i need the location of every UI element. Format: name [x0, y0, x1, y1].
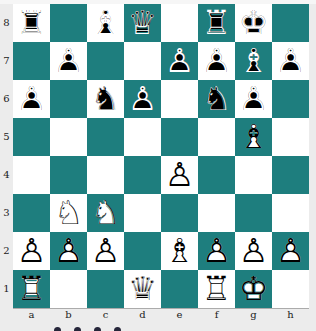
square-c4[interactable]: [87, 156, 124, 194]
piece-black-queen[interactable]: ♛♕: [124, 270, 161, 308]
piece-black-pawn[interactable]: ♟♙: [272, 42, 309, 80]
cutoff-glyph-row: [0, 327, 316, 331]
square-a6[interactable]: ♟♙: [13, 80, 50, 118]
square-c2[interactable]: ♟♙: [87, 232, 124, 270]
square-f4[interactable]: [198, 156, 235, 194]
file-labels: abcdefgh: [13, 308, 309, 322]
piece-black-bishop[interactable]: ♝♗: [235, 42, 272, 80]
square-h8[interactable]: [272, 4, 309, 42]
piece-black-queen[interactable]: ♛♕: [124, 4, 161, 42]
square-e4[interactable]: ♟♙: [161, 156, 198, 194]
square-g3[interactable]: [235, 194, 272, 232]
square-e3[interactable]: [161, 194, 198, 232]
piece-black-bishop[interactable]: ♝♗: [87, 4, 124, 42]
square-g5[interactable]: ♝♗: [235, 118, 272, 156]
square-a3[interactable]: [13, 194, 50, 232]
square-f8[interactable]: ♜♖: [198, 4, 235, 42]
rank-label-4: 4: [0, 156, 13, 194]
square-a4[interactable]: [13, 156, 50, 194]
piece-black-pawn[interactable]: ♟♙: [161, 42, 198, 80]
square-f1[interactable]: ♜♖: [198, 270, 235, 308]
cutoff-glyph: [74, 327, 81, 331]
piece-black-knight[interactable]: ♞♘: [198, 80, 235, 118]
square-b1[interactable]: [50, 270, 87, 308]
piece-white-bishop[interactable]: ♝♗: [235, 118, 272, 156]
square-h3[interactable]: [272, 194, 309, 232]
square-d4[interactable]: [124, 156, 161, 194]
square-e6[interactable]: [161, 80, 198, 118]
piece-black-king[interactable]: ♚♔: [235, 4, 272, 42]
square-c5[interactable]: [87, 118, 124, 156]
square-d8[interactable]: ♛♕: [124, 4, 161, 42]
square-f7[interactable]: ♟♙: [198, 42, 235, 80]
rank-label-1: 1: [0, 270, 13, 308]
square-h5[interactable]: [272, 118, 309, 156]
square-c8[interactable]: ♝♗: [87, 4, 124, 42]
chess-app-window: 87654321 ♜♖♝♗♛♕♜♖♚♔♟♙♟♙♟♙♝♗♟♙♟♙♞♘♟♙♞♘♟♙♝…: [0, 0, 316, 331]
square-h1[interactable]: [272, 270, 309, 308]
piece-white-pawn[interactable]: ♟♙: [87, 232, 124, 270]
file-label-h: h: [272, 308, 309, 322]
square-e2[interactable]: ♝♗: [161, 232, 198, 270]
square-f5[interactable]: [198, 118, 235, 156]
square-g1[interactable]: ♚♔: [235, 270, 272, 308]
cutoff-glyph: [114, 327, 121, 331]
square-d2[interactable]: [124, 232, 161, 270]
square-f2[interactable]: ♟♙: [198, 232, 235, 270]
square-c7[interactable]: [87, 42, 124, 80]
square-e1[interactable]: [161, 270, 198, 308]
rank-label-5: 5: [0, 118, 13, 156]
file-label-d: d: [124, 308, 161, 322]
piece-black-pawn[interactable]: ♟♙: [235, 80, 272, 118]
square-b4[interactable]: [50, 156, 87, 194]
file-label-f: f: [198, 308, 235, 322]
piece-black-knight[interactable]: ♞♘: [87, 80, 124, 118]
square-d6[interactable]: ♟♙: [124, 80, 161, 118]
piece-white-pawn[interactable]: ♟♙: [235, 232, 272, 270]
file-label-a: a: [13, 308, 50, 322]
square-b2[interactable]: ♟♙: [50, 232, 87, 270]
piece-white-rook[interactable]: ♜♖: [198, 270, 235, 308]
square-h2[interactable]: ♟♙: [272, 232, 309, 270]
square-f3[interactable]: [198, 194, 235, 232]
piece-white-king[interactable]: ♚♔: [235, 270, 272, 308]
square-g7[interactable]: ♝♗: [235, 42, 272, 80]
square-d1[interactable]: ♛♕: [124, 270, 161, 308]
square-b3[interactable]: ♞♘: [50, 194, 87, 232]
square-f6[interactable]: ♞♘: [198, 80, 235, 118]
cutoff-glyph: [94, 327, 101, 331]
square-g2[interactable]: ♟♙: [235, 232, 272, 270]
square-c6[interactable]: ♞♘: [87, 80, 124, 118]
piece-black-rook[interactable]: ♜♖: [198, 4, 235, 42]
piece-black-pawn[interactable]: ♟♙: [198, 42, 235, 80]
rank-label-2: 2: [0, 232, 13, 270]
rank-label-3: 3: [0, 194, 13, 232]
file-label-c: c: [87, 308, 124, 322]
piece-black-pawn[interactable]: ♟♙: [124, 80, 161, 118]
square-h4[interactable]: [272, 156, 309, 194]
square-b7[interactable]: ♟♙: [50, 42, 87, 80]
square-b8[interactable]: [50, 4, 87, 42]
file-label-e: e: [161, 308, 198, 322]
square-e5[interactable]: [161, 118, 198, 156]
piece-white-knight[interactable]: ♞♘: [87, 194, 124, 232]
piece-white-rook[interactable]: ♜♖: [13, 270, 50, 308]
piece-white-bishop[interactable]: ♝♗: [161, 232, 198, 270]
chess-board[interactable]: ♜♖♝♗♛♕♜♖♚♔♟♙♟♙♟♙♝♗♟♙♟♙♞♘♟♙♞♘♟♙♝♗♟♙♞♘♞♘♟♙…: [13, 4, 309, 308]
piece-black-rook[interactable]: ♜♖: [13, 4, 50, 42]
piece-white-pawn[interactable]: ♟♙: [13, 232, 50, 270]
piece-black-pawn[interactable]: ♟♙: [13, 80, 50, 118]
piece-white-pawn[interactable]: ♟♙: [50, 232, 87, 270]
square-h6[interactable]: [272, 80, 309, 118]
square-c1[interactable]: [87, 270, 124, 308]
square-d7[interactable]: [124, 42, 161, 80]
square-d5[interactable]: [124, 118, 161, 156]
square-a8[interactable]: ♜♖: [13, 4, 50, 42]
square-g4[interactable]: [235, 156, 272, 194]
square-e8[interactable]: [161, 4, 198, 42]
square-h7[interactable]: ♟♙: [272, 42, 309, 80]
piece-white-pawn[interactable]: ♟♙: [272, 232, 309, 270]
file-label-g: g: [235, 308, 272, 322]
square-c3[interactable]: ♞♘: [87, 194, 124, 232]
piece-white-pawn[interactable]: ♟♙: [161, 156, 198, 194]
square-a1[interactable]: ♜♖: [13, 270, 50, 308]
square-a7[interactable]: [13, 42, 50, 80]
piece-white-knight[interactable]: ♞♘: [50, 194, 87, 232]
square-d3[interactable]: [124, 194, 161, 232]
cutoff-glyph: [54, 327, 61, 331]
square-b5[interactable]: [50, 118, 87, 156]
square-b6[interactable]: [50, 80, 87, 118]
rank-label-7: 7: [0, 42, 13, 80]
square-a2[interactable]: ♟♙: [13, 232, 50, 270]
piece-black-pawn[interactable]: ♟♙: [50, 42, 87, 80]
square-g8[interactable]: ♚♔: [235, 4, 272, 42]
square-g6[interactable]: ♟♙: [235, 80, 272, 118]
file-label-b: b: [50, 308, 87, 322]
rank-label-6: 6: [0, 80, 13, 118]
square-a5[interactable]: [13, 118, 50, 156]
piece-white-pawn[interactable]: ♟♙: [198, 232, 235, 270]
rank-label-8: 8: [0, 4, 13, 42]
rank-labels: 87654321: [0, 4, 13, 308]
square-e7[interactable]: ♟♙: [161, 42, 198, 80]
